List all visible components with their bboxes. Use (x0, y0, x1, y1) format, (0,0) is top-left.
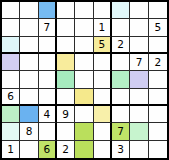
cell-r1c3[interactable] (39, 2, 57, 19)
cell-r4c3[interactable] (39, 54, 57, 71)
cell-r3c7[interactable]: 2 (112, 37, 130, 54)
cell-r2c5[interactable] (75, 19, 93, 36)
cell-r9c4[interactable]: 2 (57, 141, 75, 158)
cell-r9c7[interactable]: 3 (112, 141, 130, 158)
cell-r7c1[interactable] (2, 106, 20, 123)
cell-r4c5[interactable] (75, 54, 93, 71)
cell-r4c2[interactable] (20, 54, 38, 71)
cell-r6c3[interactable] (39, 89, 57, 106)
cell-r2c1[interactable] (2, 19, 20, 36)
cell-r3c4[interactable] (57, 37, 75, 54)
cell-r2c4[interactable] (57, 19, 75, 36)
cell-r9c5[interactable] (75, 141, 93, 158)
cell-r5c2[interactable] (20, 71, 38, 88)
cell-r7c7[interactable] (112, 106, 130, 123)
cell-r6c9[interactable] (149, 89, 167, 106)
cell-r4c1[interactable] (2, 54, 20, 71)
cell-r3c5[interactable] (75, 37, 93, 54)
cell-r1c9[interactable] (149, 2, 167, 19)
cell-r5c5[interactable] (75, 71, 93, 88)
cell-r7c4[interactable]: 9 (57, 106, 75, 123)
cell-r9c8[interactable] (130, 141, 148, 158)
cell-r8c8[interactable] (130, 123, 148, 140)
cell-r1c6[interactable] (94, 2, 112, 19)
cell-r8c2[interactable]: 8 (20, 123, 38, 140)
cell-r5c9[interactable] (149, 71, 167, 88)
cell-r4c6[interactable] (94, 54, 112, 71)
cell-r5c4[interactable] (57, 71, 75, 88)
cell-r7c2[interactable] (20, 106, 38, 123)
cell-r4c8[interactable]: 7 (130, 54, 148, 71)
cell-r2c3[interactable]: 7 (39, 19, 57, 36)
cell-r6c6[interactable] (94, 89, 112, 106)
cell-r8c9[interactable] (149, 123, 167, 140)
cell-r2c9[interactable]: 5 (149, 19, 167, 36)
cell-r4c7[interactable] (112, 54, 130, 71)
cell-r5c1[interactable] (2, 71, 20, 88)
cell-r7c8[interactable] (130, 106, 148, 123)
cell-r8c7[interactable]: 7 (112, 123, 130, 140)
cell-r6c7[interactable] (112, 89, 130, 106)
cell-r3c3[interactable] (39, 37, 57, 54)
cell-r1c5[interactable] (75, 2, 93, 19)
cell-r9c3[interactable]: 6 (39, 141, 57, 158)
cell-r5c6[interactable] (94, 71, 112, 88)
cell-r3c6[interactable]: 5 (94, 37, 112, 54)
cell-r2c2[interactable] (20, 19, 38, 36)
cell-r7c3[interactable]: 4 (39, 106, 57, 123)
cell-r5c8[interactable] (130, 71, 148, 88)
cell-r7c5[interactable] (75, 106, 93, 123)
cell-r6c5[interactable] (75, 89, 93, 106)
cell-r7c6[interactable] (94, 106, 112, 123)
cell-r8c6[interactable] (94, 123, 112, 140)
cell-r1c2[interactable] (20, 2, 38, 19)
cell-r1c4[interactable] (57, 2, 75, 19)
cell-r8c5[interactable] (75, 123, 93, 140)
cell-r1c1[interactable] (2, 2, 20, 19)
cell-r4c9[interactable]: 2 (149, 54, 167, 71)
cell-r6c2[interactable] (20, 89, 38, 106)
sudoku-board: 7155272649871623 (0, 0, 169, 160)
cell-r3c9[interactable] (149, 37, 167, 54)
cell-r9c6[interactable] (94, 141, 112, 158)
cell-r8c4[interactable] (57, 123, 75, 140)
cell-r9c1[interactable]: 1 (2, 141, 20, 158)
cell-r8c3[interactable] (39, 123, 57, 140)
cell-r7c9[interactable] (149, 106, 167, 123)
cell-r8c1[interactable] (2, 123, 20, 140)
cell-r6c1[interactable]: 6 (2, 89, 20, 106)
cell-r1c7[interactable] (112, 2, 130, 19)
cell-r3c2[interactable] (20, 37, 38, 54)
cell-r6c4[interactable] (57, 89, 75, 106)
cell-r2c7[interactable] (112, 19, 130, 36)
cell-r2c6[interactable]: 1 (94, 19, 112, 36)
cell-r5c3[interactable] (39, 71, 57, 88)
cell-r2c8[interactable] (130, 19, 148, 36)
cell-r4c4[interactable] (57, 54, 75, 71)
cell-r1c8[interactable] (130, 2, 148, 19)
cell-r9c2[interactable] (20, 141, 38, 158)
cell-r5c7[interactable] (112, 71, 130, 88)
cell-r3c1[interactable] (2, 37, 20, 54)
cell-r3c8[interactable] (130, 37, 148, 54)
cell-r9c9[interactable] (149, 141, 167, 158)
cell-r6c8[interactable] (130, 89, 148, 106)
